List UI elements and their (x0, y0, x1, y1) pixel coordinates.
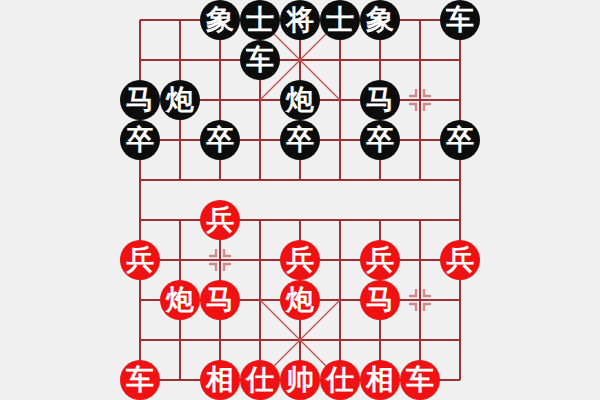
piece-red-chariot[interactable]: 车 (120, 360, 160, 400)
piece-black-cannon[interactable]: 炮 (160, 80, 200, 120)
piece-black-elephant[interactable]: 象 (200, 0, 240, 40)
piece-red-cannon[interactable]: 炮 (280, 280, 320, 320)
piece-red-soldier[interactable]: 兵 (200, 200, 240, 240)
piece-red-horse[interactable]: 马 (360, 280, 400, 320)
piece-red-advisor[interactable]: 仕 (240, 360, 280, 400)
piece-black-soldier[interactable]: 卒 (200, 120, 240, 160)
piece-red-elephant[interactable]: 相 (360, 360, 400, 400)
piece-red-elephant[interactable]: 相 (200, 360, 240, 400)
piece-black-soldier[interactable]: 卒 (440, 120, 480, 160)
piece-black-advisor[interactable]: 士 (240, 0, 280, 40)
piece-red-chariot[interactable]: 车 (400, 360, 440, 400)
piece-red-general[interactable]: 帅 (280, 360, 320, 400)
piece-red-advisor[interactable]: 仕 (320, 360, 360, 400)
piece-black-cannon[interactable]: 炮 (280, 80, 320, 120)
piece-red-cannon[interactable]: 炮 (160, 280, 200, 320)
piece-black-elephant[interactable]: 象 (360, 0, 400, 40)
piece-black-soldier[interactable]: 卒 (360, 120, 400, 160)
piece-black-advisor[interactable]: 士 (320, 0, 360, 40)
piece-black-chariot[interactable]: 车 (440, 0, 480, 40)
piece-red-horse[interactable]: 马 (200, 280, 240, 320)
piece-black-soldier[interactable]: 卒 (280, 120, 320, 160)
xiangqi-board: 象士将士象车车马炮炮马卒卒卒卒卒兵兵兵兵兵炮马炮马车相仕帅仕相车 (120, 0, 480, 400)
piece-black-general[interactable]: 将 (280, 0, 320, 40)
piece-red-soldier[interactable]: 兵 (440, 240, 480, 280)
piece-red-soldier[interactable]: 兵 (280, 240, 320, 280)
piece-black-chariot[interactable]: 车 (240, 40, 280, 80)
piece-red-soldier[interactable]: 兵 (120, 240, 160, 280)
piece-black-horse[interactable]: 马 (120, 80, 160, 120)
piece-red-soldier[interactable]: 兵 (360, 240, 400, 280)
piece-black-soldier[interactable]: 卒 (120, 120, 160, 160)
xiangqi-board-screen: 象士将士象车车马炮炮马卒卒卒卒卒兵兵兵兵兵炮马炮马车相仕帅仕相车 (0, 0, 600, 400)
piece-black-horse[interactable]: 马 (360, 80, 400, 120)
